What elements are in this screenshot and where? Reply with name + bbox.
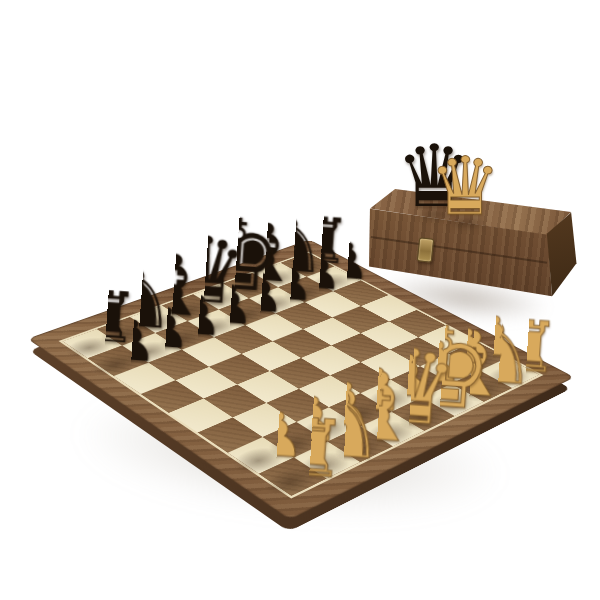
black-pawn: ♟: [318, 246, 321, 296]
black-pawn: ♟: [197, 290, 201, 343]
white-rook: ♜: [308, 408, 314, 487]
black-pawn: ♟: [164, 301, 168, 355]
black-pawn: ♟: [290, 257, 294, 308]
box-clasp-icon: [417, 237, 434, 262]
board-squares: ♜♞♝♛♚♝♞♜♟♟♟♟♟♟♟♟♟♟♟♟♟♟♟♟♜♞♝♛♚♝♞♜: [63, 253, 540, 496]
black-pawn: ♟: [130, 314, 134, 369]
black-pawn: ♟: [229, 278, 233, 330]
black-pawn: ♟: [260, 267, 264, 318]
black-pawn: ♟: [346, 236, 349, 285]
scene: ♛ ♛ ♜♞♝♛♚♝♞♜♟♟♟♟♟♟♟♟♟♟♟♟♟♟♟♟♜♞♝♛♚♝♞♜: [0, 0, 600, 600]
